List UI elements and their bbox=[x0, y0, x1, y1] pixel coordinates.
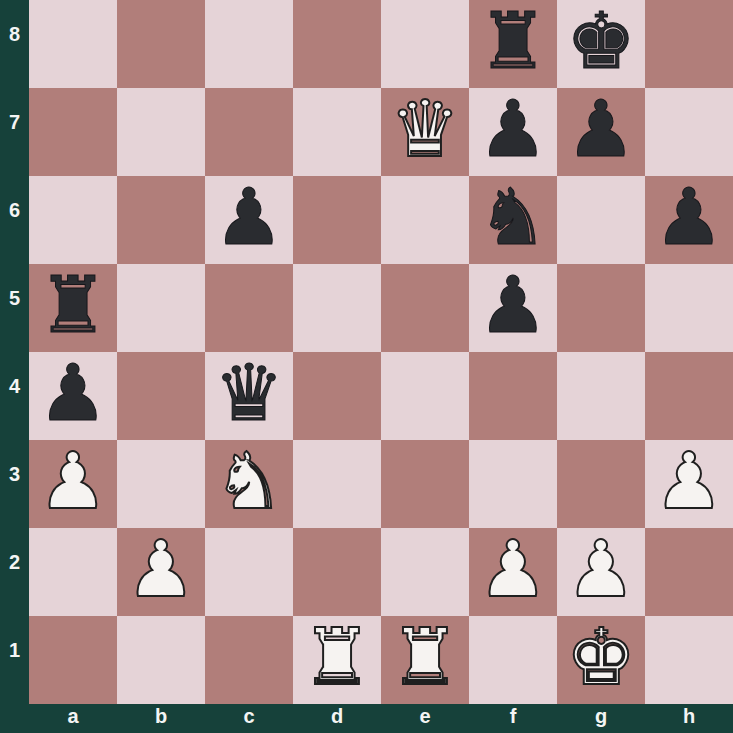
square-a2[interactable] bbox=[29, 528, 117, 616]
square-e6[interactable] bbox=[381, 176, 469, 264]
square-h4[interactable] bbox=[645, 352, 733, 440]
square-d2[interactable] bbox=[293, 528, 381, 616]
square-g8[interactable]: ♚ bbox=[557, 0, 645, 88]
square-h1[interactable] bbox=[645, 616, 733, 704]
square-f7[interactable]: ♟ bbox=[469, 88, 557, 176]
square-d6[interactable] bbox=[293, 176, 381, 264]
square-b2[interactable]: ♟ bbox=[117, 528, 205, 616]
square-c3[interactable]: ♞ bbox=[205, 440, 293, 528]
square-g6[interactable] bbox=[557, 176, 645, 264]
white-queen[interactable]: ♛ bbox=[390, 90, 460, 168]
square-b1[interactable] bbox=[117, 616, 205, 704]
rank-label-1: 1 bbox=[0, 606, 29, 694]
square-e2[interactable] bbox=[381, 528, 469, 616]
black-rook[interactable]: ♜ bbox=[478, 2, 548, 80]
black-pawn[interactable]: ♟ bbox=[478, 90, 548, 168]
square-a7[interactable] bbox=[29, 88, 117, 176]
chess-board-widget: 87654321 ♜♚♛♟♟♟♞♟♜♟♟♛♟♞♟♟♟♟♜♜♚ abcdefgh bbox=[0, 0, 733, 733]
square-h3[interactable]: ♟ bbox=[645, 440, 733, 528]
square-b3[interactable] bbox=[117, 440, 205, 528]
black-knight[interactable]: ♞ bbox=[478, 178, 548, 256]
white-pawn[interactable]: ♟ bbox=[566, 530, 636, 608]
square-c7[interactable] bbox=[205, 88, 293, 176]
square-f4[interactable] bbox=[469, 352, 557, 440]
file-label-h: h bbox=[645, 702, 733, 731]
file-label-a: a bbox=[29, 702, 117, 731]
square-a4[interactable]: ♟ bbox=[29, 352, 117, 440]
file-label-e: e bbox=[381, 702, 469, 731]
white-knight[interactable]: ♞ bbox=[214, 442, 284, 520]
square-d4[interactable] bbox=[293, 352, 381, 440]
square-h7[interactable] bbox=[645, 88, 733, 176]
square-b6[interactable] bbox=[117, 176, 205, 264]
square-e3[interactable] bbox=[381, 440, 469, 528]
square-c1[interactable] bbox=[205, 616, 293, 704]
black-pawn[interactable]: ♟ bbox=[654, 178, 724, 256]
rank-label-4: 4 bbox=[0, 342, 29, 430]
black-pawn[interactable]: ♟ bbox=[38, 354, 108, 432]
square-e7[interactable]: ♛ bbox=[381, 88, 469, 176]
square-g3[interactable] bbox=[557, 440, 645, 528]
square-f1[interactable] bbox=[469, 616, 557, 704]
square-h6[interactable]: ♟ bbox=[645, 176, 733, 264]
square-e4[interactable] bbox=[381, 352, 469, 440]
rank-label-5: 5 bbox=[0, 254, 29, 342]
square-f5[interactable]: ♟ bbox=[469, 264, 557, 352]
square-a8[interactable] bbox=[29, 0, 117, 88]
square-f8[interactable]: ♜ bbox=[469, 0, 557, 88]
black-pawn[interactable]: ♟ bbox=[566, 90, 636, 168]
square-b8[interactable] bbox=[117, 0, 205, 88]
rank-labels: 87654321 bbox=[0, 0, 29, 704]
square-d5[interactable] bbox=[293, 264, 381, 352]
square-g4[interactable] bbox=[557, 352, 645, 440]
square-a6[interactable] bbox=[29, 176, 117, 264]
file-label-g: g bbox=[557, 702, 645, 731]
square-f3[interactable] bbox=[469, 440, 557, 528]
square-d3[interactable] bbox=[293, 440, 381, 528]
square-b7[interactable] bbox=[117, 88, 205, 176]
rank-label-2: 2 bbox=[0, 518, 29, 606]
square-g2[interactable]: ♟ bbox=[557, 528, 645, 616]
square-h8[interactable] bbox=[645, 0, 733, 88]
square-a3[interactable]: ♟ bbox=[29, 440, 117, 528]
square-a1[interactable] bbox=[29, 616, 117, 704]
black-king[interactable]: ♚ bbox=[566, 2, 636, 80]
white-rook[interactable]: ♜ bbox=[302, 618, 372, 696]
rank-label-3: 3 bbox=[0, 430, 29, 518]
square-d8[interactable] bbox=[293, 0, 381, 88]
black-pawn[interactable]: ♟ bbox=[214, 178, 284, 256]
square-g7[interactable]: ♟ bbox=[557, 88, 645, 176]
rank-label-7: 7 bbox=[0, 78, 29, 166]
square-e5[interactable] bbox=[381, 264, 469, 352]
white-rook[interactable]: ♜ bbox=[390, 618, 460, 696]
white-pawn[interactable]: ♟ bbox=[478, 530, 548, 608]
white-pawn[interactable]: ♟ bbox=[38, 442, 108, 520]
black-rook[interactable]: ♜ bbox=[38, 266, 108, 344]
square-c4[interactable]: ♛ bbox=[205, 352, 293, 440]
black-pawn[interactable]: ♟ bbox=[478, 266, 548, 344]
square-c2[interactable] bbox=[205, 528, 293, 616]
rank-label-8: 8 bbox=[0, 0, 29, 78]
file-labels: abcdefgh bbox=[29, 704, 733, 733]
square-b4[interactable] bbox=[117, 352, 205, 440]
square-e8[interactable] bbox=[381, 0, 469, 88]
square-b5[interactable] bbox=[117, 264, 205, 352]
chess-board[interactable]: ♜♚♛♟♟♟♞♟♜♟♟♛♟♞♟♟♟♟♜♜♚ bbox=[29, 0, 733, 704]
white-pawn[interactable]: ♟ bbox=[126, 530, 196, 608]
square-f6[interactable]: ♞ bbox=[469, 176, 557, 264]
file-label-b: b bbox=[117, 702, 205, 731]
rank-label-6: 6 bbox=[0, 166, 29, 254]
square-e1[interactable]: ♜ bbox=[381, 616, 469, 704]
black-queen[interactable]: ♛ bbox=[214, 354, 284, 432]
white-king[interactable]: ♚ bbox=[566, 618, 636, 696]
square-c6[interactable]: ♟ bbox=[205, 176, 293, 264]
file-label-f: f bbox=[469, 702, 557, 731]
white-pawn[interactable]: ♟ bbox=[654, 442, 724, 520]
square-g1[interactable]: ♚ bbox=[557, 616, 645, 704]
square-f2[interactable]: ♟ bbox=[469, 528, 557, 616]
square-d1[interactable]: ♜ bbox=[293, 616, 381, 704]
square-d7[interactable] bbox=[293, 88, 381, 176]
square-c8[interactable] bbox=[205, 0, 293, 88]
file-label-c: c bbox=[205, 702, 293, 731]
file-label-d: d bbox=[293, 702, 381, 731]
square-c5[interactable] bbox=[205, 264, 293, 352]
square-h2[interactable] bbox=[645, 528, 733, 616]
square-g5[interactable] bbox=[557, 264, 645, 352]
square-h5[interactable] bbox=[645, 264, 733, 352]
square-a5[interactable]: ♜ bbox=[29, 264, 117, 352]
